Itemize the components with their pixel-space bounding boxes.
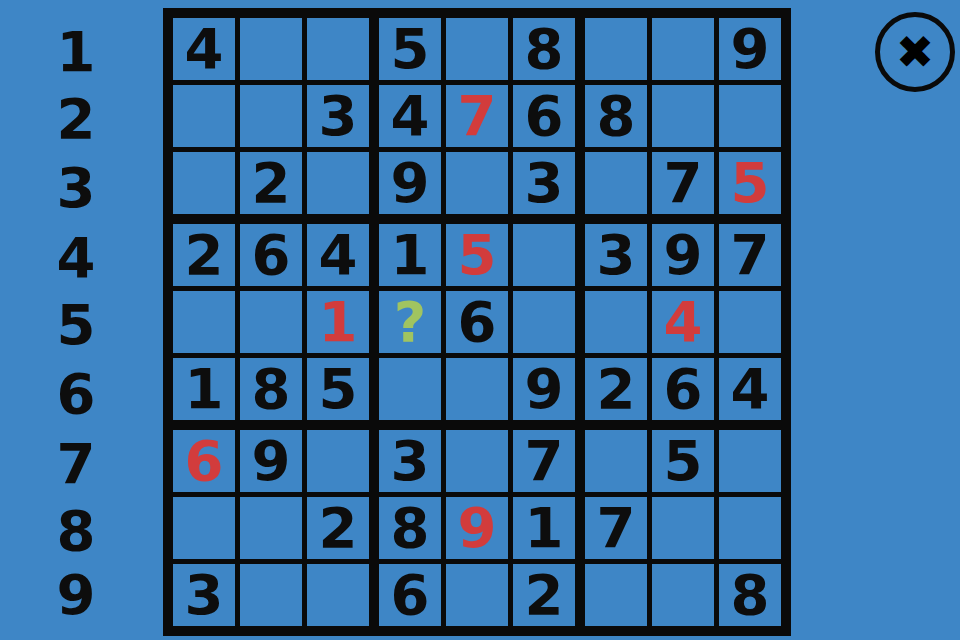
cell-r2c2[interactable] (240, 85, 307, 152)
cell-r3c8[interactable]: 7 (652, 152, 719, 224)
cell-r6c8[interactable]: 6 (652, 358, 719, 430)
cell-r9c1[interactable]: 3 (173, 564, 240, 626)
sudoku-screen: 123456789 45893476829375264153971?641859… (0, 0, 960, 640)
cell-r6c9[interactable]: 4 (719, 358, 781, 430)
cell-r9c8[interactable] (652, 564, 719, 626)
cell-r6c2[interactable]: 8 (240, 358, 307, 430)
cell-r2c7[interactable]: 8 (585, 85, 652, 152)
row-labels: 123456789 (38, 18, 114, 626)
row-label-7: 7 (38, 430, 114, 497)
cell-r5c1[interactable] (173, 291, 240, 358)
cell-r4c3[interactable]: 4 (307, 224, 379, 291)
cell-r9c4[interactable]: 6 (379, 564, 446, 626)
cell-r9c6[interactable]: 2 (513, 564, 585, 626)
cell-r1c8[interactable] (652, 18, 719, 85)
cell-r5c8[interactable]: 4 (652, 291, 719, 358)
cell-r1c1[interactable]: 4 (173, 18, 240, 85)
cell-r1c6[interactable]: 8 (513, 18, 585, 85)
cell-r6c7[interactable]: 2 (585, 358, 652, 430)
row-label-1: 1 (38, 18, 114, 85)
close-button[interactable]: ✖ (875, 12, 955, 92)
row-label-5: 5 (38, 291, 114, 358)
cell-r1c4[interactable]: 5 (379, 18, 446, 85)
cell-r2c3[interactable]: 3 (307, 85, 379, 152)
cell-r8c3[interactable]: 2 (307, 497, 379, 564)
cell-r4c7[interactable]: 3 (585, 224, 652, 291)
cell-r5c9[interactable] (719, 291, 781, 358)
row-label-6: 6 (38, 358, 114, 430)
cell-r8c6[interactable]: 1 (513, 497, 585, 564)
cell-r9c5[interactable] (446, 564, 513, 626)
cell-r3c6[interactable]: 3 (513, 152, 585, 224)
cell-r2c9[interactable] (719, 85, 781, 152)
cell-r3c7[interactable] (585, 152, 652, 224)
cell-r4c1[interactable]: 2 (173, 224, 240, 291)
cell-r2c8[interactable] (652, 85, 719, 152)
cell-r1c3[interactable] (307, 18, 379, 85)
row-label-8: 8 (38, 497, 114, 564)
cell-r4c5[interactable]: 5 (446, 224, 513, 291)
cell-r3c3[interactable] (307, 152, 379, 224)
cell-r2c4[interactable]: 4 (379, 85, 446, 152)
cell-r2c1[interactable] (173, 85, 240, 152)
cell-r4c4[interactable]: 1 (379, 224, 446, 291)
cell-r6c4[interactable] (379, 358, 446, 430)
cell-r9c2[interactable] (240, 564, 307, 626)
cell-r8c2[interactable] (240, 497, 307, 564)
cell-r8c8[interactable] (652, 497, 719, 564)
cell-r4c6[interactable] (513, 224, 585, 291)
row-label-4: 4 (38, 224, 114, 291)
cell-r6c1[interactable]: 1 (173, 358, 240, 430)
cell-r7c2[interactable]: 9 (240, 430, 307, 497)
row-label-9: 9 (38, 564, 114, 626)
cell-r5c6[interactable] (513, 291, 585, 358)
cell-r6c6[interactable]: 9 (513, 358, 585, 430)
cell-r8c1[interactable] (173, 497, 240, 564)
cell-r7c4[interactable]: 3 (379, 430, 446, 497)
cell-r9c9[interactable]: 8 (719, 564, 781, 626)
cell-r5c4[interactable]: ? (379, 291, 446, 358)
row-label-2: 2 (38, 85, 114, 152)
cell-r5c7[interactable] (585, 291, 652, 358)
cell-r1c7[interactable] (585, 18, 652, 85)
row-label-3: 3 (38, 152, 114, 224)
cell-r7c8[interactable]: 5 (652, 430, 719, 497)
cell-r5c3[interactable]: 1 (307, 291, 379, 358)
cell-r4c8[interactable]: 9 (652, 224, 719, 291)
cell-r3c2[interactable]: 2 (240, 152, 307, 224)
cell-r9c7[interactable] (585, 564, 652, 626)
cell-r6c5[interactable] (446, 358, 513, 430)
cell-r7c7[interactable] (585, 430, 652, 497)
cell-r2c6[interactable]: 6 (513, 85, 585, 152)
cell-r4c2[interactable]: 6 (240, 224, 307, 291)
cell-r7c1[interactable]: 6 (173, 430, 240, 497)
cell-r3c1[interactable] (173, 152, 240, 224)
cell-r1c5[interactable] (446, 18, 513, 85)
cell-r3c9[interactable]: 5 (719, 152, 781, 224)
sudoku-board: 45893476829375264153971?6418592646937528… (163, 8, 791, 636)
cell-r1c2[interactable] (240, 18, 307, 85)
cell-r7c3[interactable] (307, 430, 379, 497)
cell-r8c4[interactable]: 8 (379, 497, 446, 564)
cell-r3c5[interactable] (446, 152, 513, 224)
cell-r7c9[interactable] (719, 430, 781, 497)
cell-r8c5[interactable]: 9 (446, 497, 513, 564)
cell-r6c3[interactable]: 5 (307, 358, 379, 430)
cell-r8c9[interactable] (719, 497, 781, 564)
close-icon: ✖ (896, 29, 935, 75)
cell-r5c5[interactable]: 6 (446, 291, 513, 358)
cell-r1c9[interactable]: 9 (719, 18, 781, 85)
cell-r7c5[interactable] (446, 430, 513, 497)
cell-r5c2[interactable] (240, 291, 307, 358)
cell-r7c6[interactable]: 7 (513, 430, 585, 497)
cell-r9c3[interactable] (307, 564, 379, 626)
cell-r2c5[interactable]: 7 (446, 85, 513, 152)
cell-r3c4[interactable]: 9 (379, 152, 446, 224)
cell-r4c9[interactable]: 7 (719, 224, 781, 291)
cell-r8c7[interactable]: 7 (585, 497, 652, 564)
